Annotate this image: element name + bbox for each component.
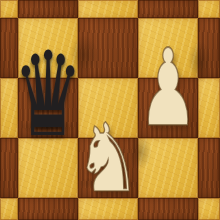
board-square-r4c0[interactable] <box>0 198 18 220</box>
board-square-r4c1[interactable] <box>18 198 78 220</box>
white-pawn-piece[interactable]: ♟ <box>138 36 197 143</box>
board-square-r1c4[interactable] <box>198 18 220 78</box>
board-square-r0c1[interactable] <box>18 0 78 18</box>
board-square-r0c0[interactable] <box>0 0 18 18</box>
board-square-r4c4[interactable] <box>198 198 220 220</box>
board-square-r0c2[interactable] <box>78 0 138 18</box>
board-square-r2c4[interactable] <box>198 78 220 138</box>
board-square-r1c2[interactable] <box>78 18 138 78</box>
white-knight-piece[interactable]: ♞ <box>75 110 141 205</box>
board-square-r4c3[interactable] <box>138 198 198 220</box>
chess-board: ♛♞♟ <box>0 0 220 220</box>
board-square-r0c4[interactable] <box>198 0 220 18</box>
board-square-r3c4[interactable] <box>198 138 220 198</box>
board-square-r0c3[interactable] <box>138 0 198 18</box>
black-queen-piece[interactable]: ♛ <box>13 36 83 153</box>
